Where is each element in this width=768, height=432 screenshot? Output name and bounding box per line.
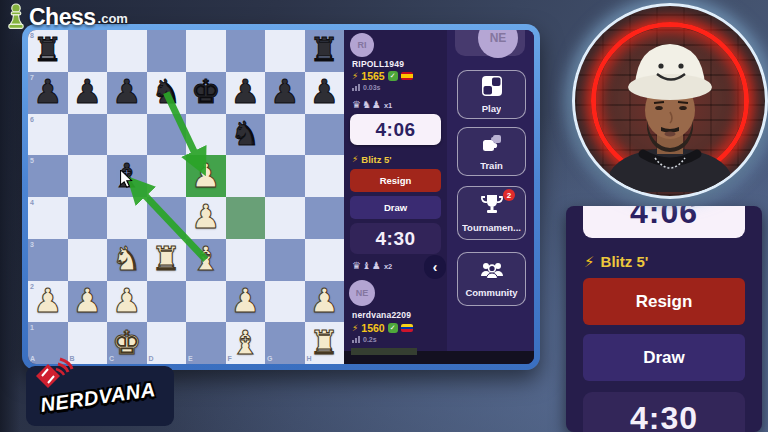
piece-black-pawn[interactable]: ♟ — [270, 75, 300, 108]
square-g2[interactable] — [265, 281, 305, 323]
piece-black-rook[interactable]: ♜ — [309, 33, 339, 66]
rank-label: 3 — [30, 241, 34, 248]
square-a4[interactable]: 4 — [28, 197, 68, 239]
square-c4[interactable] — [107, 197, 147, 239]
square-a8[interactable]: 8♜ — [28, 30, 68, 72]
sidebar-item-community[interactable]: Community — [457, 252, 526, 306]
square-f7[interactable]: ♟ — [226, 72, 266, 114]
top-player-ping: 0.03s — [363, 84, 381, 91]
rank-label: 5 — [30, 157, 34, 164]
mouse-cursor — [120, 170, 134, 192]
connection-signal-icon — [352, 84, 360, 91]
sidebar-item-train[interactable]: Train — [457, 127, 526, 176]
people-icon — [479, 260, 505, 284]
game-panel: RI RIPOLL1949 ⚡ 1565 ✓ 0.03s ♛♞♟x1 4:06 … — [344, 30, 447, 364]
puzzle-icon — [481, 133, 503, 157]
bottom-player-username[interactable]: nerdvana2209 — [352, 310, 411, 320]
square-a6[interactable]: 6 — [28, 114, 68, 156]
bottom-captured-pieces: ♛♝♟x2 — [352, 261, 392, 271]
captured-count: x1 — [384, 101, 392, 110]
square-b5[interactable] — [68, 155, 108, 197]
piece-black-rook[interactable]: ♜ — [33, 33, 63, 66]
sidebar-avatar[interactable]: NE — [478, 30, 518, 58]
square-f6[interactable]: ♞ — [226, 114, 266, 156]
square-f5[interactable] — [226, 155, 266, 197]
piece-white-rook[interactable]: ♜ — [151, 242, 181, 275]
piece-white-pawn[interactable]: ♟ — [72, 284, 102, 317]
square-g7[interactable]: ♟ — [265, 72, 305, 114]
zoom-time-control-row: ⚡ Blitz 5' — [584, 253, 648, 270]
square-b7[interactable]: ♟ — [68, 72, 108, 114]
square-g5[interactable] — [265, 155, 305, 197]
square-a2[interactable]: 2♟ — [28, 281, 68, 323]
square-f2[interactable]: ♟ — [226, 281, 266, 323]
square-h7[interactable]: ♟ — [305, 72, 345, 114]
piece-white-bishop[interactable]: ♝ — [230, 326, 260, 359]
sidebar-item-tournaments[interactable]: Tournamen... 2 — [457, 186, 526, 240]
zoom-top-clock: 4:06 — [583, 206, 745, 238]
resign-button[interactable]: Resign — [350, 169, 441, 192]
captured-bishop-icon: ♝ — [362, 261, 371, 271]
square-g4[interactable] — [265, 197, 305, 239]
square-d3[interactable]: ♜ — [147, 239, 187, 281]
square-g8[interactable] — [265, 30, 305, 72]
piece-white-pawn[interactable]: ♟ — [230, 284, 260, 317]
square-d1[interactable]: D — [147, 322, 187, 364]
square-c7[interactable]: ♟ — [107, 72, 147, 114]
square-b6[interactable] — [68, 114, 108, 156]
square-c3[interactable]: ♞ — [107, 239, 147, 281]
piece-black-knight[interactable]: ♞ — [151, 75, 181, 108]
zoomed-controls-panel: 4:06 ⚡ Blitz 5' Resign Draw 4:30 — [566, 206, 762, 432]
square-h5[interactable] — [305, 155, 345, 197]
captured-pawn-icon: ♟ — [372, 100, 381, 110]
bottom-player-rating: 1560 — [361, 322, 384, 334]
zoom-draw-button[interactable]: Draw — [583, 334, 745, 381]
piece-white-pawn[interactable]: ♟ — [33, 284, 63, 317]
square-f4[interactable] — [226, 197, 266, 239]
panel-bottom-bar — [344, 351, 534, 364]
sidebar-item-label: Tournamen... — [462, 222, 521, 233]
square-h2[interactable]: ♟ — [305, 281, 345, 323]
draw-button[interactable]: Draw — [350, 196, 441, 219]
captured-count: x2 — [384, 262, 392, 271]
sidebar-item-play[interactable]: Play — [457, 70, 526, 119]
square-d7[interactable]: ♞ — [147, 72, 187, 114]
spain-flag-icon — [401, 72, 413, 80]
square-g3[interactable] — [265, 239, 305, 281]
piece-white-knight[interactable]: ♞ — [112, 242, 142, 275]
bottom-player-clock: 4:30 — [350, 223, 441, 254]
chesscom-pawn-icon — [5, 2, 27, 30]
square-f1[interactable]: F♝ — [226, 322, 266, 364]
square-e4[interactable]: ♟ — [186, 197, 226, 239]
webcam-frame — [572, 3, 768, 199]
square-d8[interactable] — [147, 30, 187, 72]
square-e1[interactable]: E — [186, 322, 226, 364]
time-control-label: Blitz 5' — [361, 154, 391, 165]
sidebar-item-label: Train — [480, 160, 503, 171]
screenshot-root: Chess .com 8♜♜7♟♟♟♞♚♟♟♟6♞5♝♟4♟3♞♜♝2♟♟♟♟♟… — [0, 0, 768, 432]
top-player-rating: 1565 — [361, 70, 384, 82]
game-window: 8♜♜7♟♟♟♞♚♟♟♟6♞5♝♟4♟3♞♜♝2♟♟♟♟♟1ABC♚DEF♝GH… — [22, 24, 540, 370]
captured-knight-icon: ♞ — [362, 100, 371, 110]
square-h8[interactable]: ♜ — [305, 30, 345, 72]
sidebar-item-label: Play — [482, 103, 502, 114]
square-b8[interactable] — [68, 30, 108, 72]
piece-black-pawn[interactable]: ♟ — [33, 75, 63, 108]
lightning-icon: ⚡ — [352, 324, 358, 333]
lightning-icon: ⚡ — [584, 254, 595, 269]
collapse-panel-button[interactable]: ‹ — [424, 255, 446, 279]
verified-badge-icon: ✓ — [388, 323, 398, 333]
square-d5[interactable] — [147, 155, 187, 197]
captured-queen-icon: ♛ — [352, 100, 361, 110]
piece-black-king[interactable]: ♚ — [191, 75, 221, 108]
venezuela-flag-icon — [401, 324, 413, 332]
avatar-bottom-player[interactable]: NE — [349, 280, 375, 306]
chess-board[interactable]: 8♜♜7♟♟♟♞♚♟♟♟6♞5♝♟4♟3♞♜♝2♟♟♟♟♟1ABC♚DEF♝GH… — [28, 30, 344, 364]
lightning-icon: ⚡ — [352, 72, 358, 81]
square-h3[interactable] — [305, 239, 345, 281]
piece-white-rook[interactable]: ♜ — [309, 326, 339, 359]
piece-black-knight[interactable]: ♞ — [230, 117, 260, 150]
trophy-icon — [480, 193, 504, 219]
piece-black-pawn[interactable]: ♟ — [230, 75, 260, 108]
square-d2[interactable] — [147, 281, 187, 323]
captured-queen-icon: ♛ — [352, 261, 361, 271]
top-player-clock: 4:06 — [350, 114, 441, 145]
tournaments-badge: 2 — [503, 189, 515, 201]
square-a7[interactable]: 7♟ — [28, 72, 68, 114]
square-c2[interactable]: ♟ — [107, 281, 147, 323]
square-c6[interactable] — [107, 114, 147, 156]
captured-pawn-icon: ♟ — [372, 261, 381, 271]
zoom-resign-button[interactable]: Resign — [583, 278, 745, 325]
square-f3[interactable] — [226, 239, 266, 281]
brand-text: Chess — [29, 4, 96, 30]
square-g6[interactable] — [265, 114, 305, 156]
piece-black-pawn[interactable]: ♟ — [309, 75, 339, 108]
zoom-time-control-label: Blitz 5' — [601, 253, 649, 270]
rank-label: 1 — [30, 324, 34, 331]
piece-white-pawn[interactable]: ♟ — [112, 284, 142, 317]
rank-label: 6 — [30, 116, 34, 123]
square-b2[interactable]: ♟ — [68, 281, 108, 323]
verified-badge-icon: ✓ — [388, 71, 398, 81]
square-h6[interactable] — [305, 114, 345, 156]
piece-white-pawn[interactable]: ♟ — [191, 200, 221, 233]
square-a5[interactable]: 5 — [28, 155, 68, 197]
piece-black-pawn[interactable]: ♟ — [112, 75, 142, 108]
piece-white-pawn[interactable]: ♟ — [309, 284, 339, 317]
square-d6[interactable] — [147, 114, 187, 156]
lightning-icon: ⚡ — [352, 155, 358, 164]
bottom-player-ping: 0.2s — [363, 336, 377, 343]
file-label: G — [267, 355, 272, 362]
square-e7[interactable]: ♚ — [186, 72, 226, 114]
rank-label: 4 — [30, 199, 34, 206]
nav-sidebar: NE Play — [447, 30, 534, 364]
square-b3[interactable] — [68, 239, 108, 281]
square-b4[interactable] — [68, 197, 108, 239]
square-e3[interactable]: ♝ — [186, 239, 226, 281]
square-h1[interactable]: H♜ — [305, 322, 345, 364]
top-captured-pieces: ♛♞♟x1 — [352, 100, 392, 110]
piece-white-king[interactable]: ♚ — [112, 326, 142, 359]
square-a3[interactable]: 3 — [28, 239, 68, 281]
piece-white-pawn[interactable]: ♟ — [191, 159, 221, 192]
square-c8[interactable] — [107, 30, 147, 72]
square-d4[interactable] — [147, 197, 187, 239]
connection-signal-icon — [352, 336, 360, 343]
avatar-top-player[interactable]: RI — [350, 33, 374, 57]
piece-white-bishop[interactable]: ♝ — [191, 242, 221, 275]
square-h4[interactable] — [305, 197, 345, 239]
file-label: D — [149, 355, 154, 362]
sidebar-item-label: Community — [465, 287, 517, 298]
streamer-avatar — [595, 28, 745, 196]
chesscom-logo[interactable]: Chess .com — [5, 2, 128, 30]
game-window-inner: 8♜♜7♟♟♟♞♚♟♟♟6♞5♝♟4♟3♞♜♝2♟♟♟♟♟1ABC♚DEF♝GH… — [28, 30, 534, 364]
square-e8[interactable] — [186, 30, 226, 72]
square-e2[interactable] — [186, 281, 226, 323]
file-label: E — [188, 355, 193, 362]
square-c1[interactable]: C♚ — [107, 322, 147, 364]
zoom-bottom-clock: 4:30 — [583, 392, 745, 432]
time-control-row: ⚡ Blitz 5' — [352, 154, 392, 165]
square-g1[interactable]: G — [265, 322, 305, 364]
nerdvana-logo: NERDVANA — [26, 366, 174, 426]
top-player-username[interactable]: RIPOLL1949 — [352, 59, 404, 69]
play-board-icon — [482, 76, 502, 100]
square-e5[interactable]: ♟ — [186, 155, 226, 197]
square-f8[interactable] — [226, 30, 266, 72]
piece-black-pawn[interactable]: ♟ — [72, 75, 102, 108]
brand-suffix: .com — [98, 8, 128, 30]
sidebar-avatar-tile[interactable]: NE — [455, 30, 525, 56]
square-e6[interactable] — [186, 114, 226, 156]
